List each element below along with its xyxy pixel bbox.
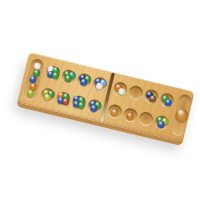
pit-bottom-1[interactable] [39, 86, 56, 103]
pit-top-3[interactable] [76, 72, 93, 89]
pit-top-7[interactable] [143, 88, 160, 105]
pit-top-5[interactable] [112, 80, 129, 97]
pit-top-1[interactable] [45, 64, 62, 81]
photo-canvas [0, 0, 200, 200]
pit-bottom-2[interactable] [55, 90, 72, 107]
pit-bottom-8[interactable] [153, 114, 170, 131]
marble-blue [90, 104, 98, 112]
marble-green [77, 101, 85, 109]
pit-bottom-6[interactable] [122, 106, 139, 123]
marble-amber [174, 107, 190, 123]
pit-top-2[interactable] [60, 68, 77, 85]
marble-amber [111, 108, 119, 116]
pit-bottom-4[interactable] [86, 98, 103, 115]
pit-top-6[interactable] [127, 84, 144, 101]
marble-orange [126, 111, 134, 119]
pit-bottom-5[interactable] [107, 103, 124, 120]
pit-bottom-7[interactable] [138, 110, 155, 127]
board-half-right [105, 80, 178, 131]
marble-yellow [43, 93, 51, 101]
marble-lime [26, 89, 34, 97]
board-half-left [38, 64, 111, 115]
marble-blue [157, 120, 165, 128]
marble-white [95, 81, 103, 89]
marble-blue [80, 78, 88, 86]
marble-rust [62, 97, 70, 105]
pit-top-8[interactable] [159, 91, 176, 108]
mancala-board [17, 52, 194, 142]
marble-brown [149, 94, 157, 102]
marble-green [51, 71, 59, 79]
marble-white [118, 87, 126, 95]
pit-top-4[interactable] [91, 75, 108, 92]
marble-blue [164, 98, 172, 106]
pit-bottom-3[interactable] [71, 94, 88, 111]
marble-green [64, 74, 72, 82]
